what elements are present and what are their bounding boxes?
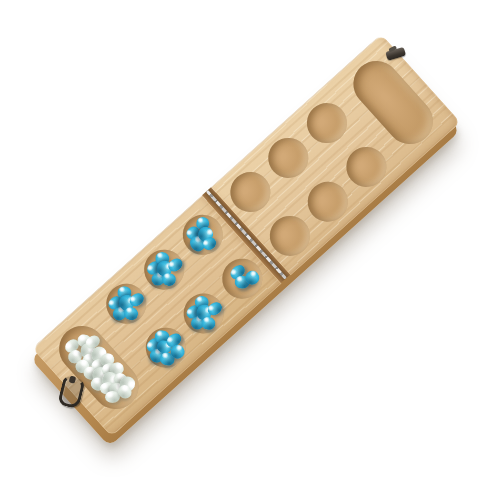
pit-far-3[interactable] (174, 206, 230, 262)
pit-far-1[interactable] (98, 275, 154, 331)
pit-near-4[interactable] (261, 207, 317, 263)
board-grid (32, 34, 460, 436)
pit-far-5[interactable] (260, 129, 316, 185)
photo-canvas (0, 0, 500, 500)
pit-near-2[interactable] (175, 285, 231, 341)
pit-near-5[interactable] (300, 173, 356, 229)
blue-glass-stone (161, 271, 178, 287)
mancala-board (32, 34, 460, 436)
pit-far-6[interactable] (298, 94, 354, 150)
pit-far-2[interactable] (136, 241, 192, 297)
pit-near-1[interactable] (137, 319, 193, 375)
store-right (344, 51, 442, 153)
pit-near-6[interactable] (338, 138, 394, 194)
pit-near-3[interactable] (214, 250, 270, 306)
blue-glass-stone (123, 306, 140, 322)
blue-glass-stone (201, 315, 218, 331)
pit-far-4[interactable] (222, 164, 278, 220)
